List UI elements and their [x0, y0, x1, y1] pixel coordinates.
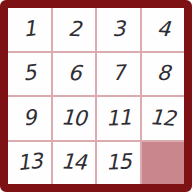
tile-14[interactable]: 14: [53, 142, 96, 185]
tile-15[interactable]: 15: [97, 142, 140, 185]
tile-9[interactable]: 9: [8, 97, 51, 140]
tile-8[interactable]: 8: [142, 53, 185, 96]
empty-cell: [142, 142, 185, 185]
tile-number: 3: [112, 18, 125, 40]
tile-13[interactable]: 13: [8, 142, 51, 185]
tile-number: 11: [105, 107, 131, 129]
tile-number: 9: [22, 107, 37, 129]
tile-number: 5: [22, 63, 37, 85]
fifteen-puzzle-board: 123456789101112131415: [0, 0, 192, 192]
tile-number: 12: [150, 107, 176, 130]
tile-number: 2: [67, 18, 80, 40]
tile-number: 8: [156, 63, 170, 85]
tile-1[interactable]: 1: [8, 8, 51, 51]
tile-number: 1: [22, 18, 37, 40]
tile-12[interactable]: 12: [142, 97, 185, 140]
tile-number: 7: [112, 63, 125, 85]
tile-11[interactable]: 11: [97, 97, 140, 140]
tile-number: 4: [156, 18, 170, 40]
tile-4[interactable]: 4: [142, 8, 185, 51]
tile-6[interactable]: 6: [53, 53, 96, 96]
tile-7[interactable]: 7: [97, 53, 140, 96]
tile-number: 15: [105, 152, 131, 174]
tile-number: 14: [61, 152, 87, 174]
tile-number: 13: [16, 151, 43, 174]
tile-number: 6: [67, 63, 80, 85]
tile-5[interactable]: 5: [8, 53, 51, 96]
tile-2[interactable]: 2: [53, 8, 96, 51]
tile-10[interactable]: 10: [53, 97, 96, 140]
tile-number: 10: [61, 107, 87, 129]
tile-3[interactable]: 3: [97, 8, 140, 51]
